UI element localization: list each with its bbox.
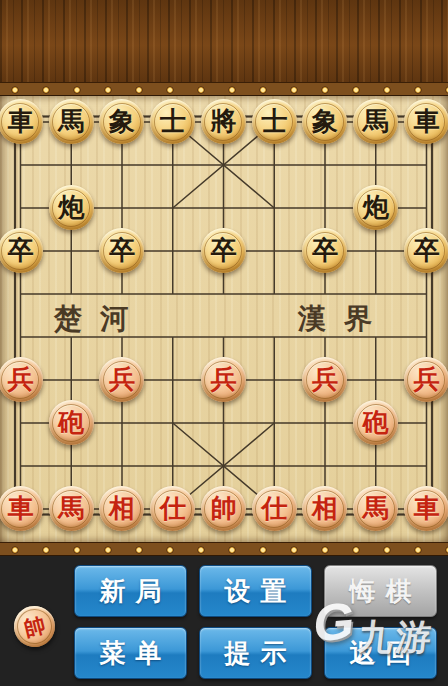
piece-red-elephant-c[interactable]: 相: [99, 486, 144, 531]
piece-black-advisor-f[interactable]: 士: [252, 99, 297, 144]
piece-red-soldier-c[interactable]: 兵: [99, 357, 144, 402]
piece-red-horse-b[interactable]: 馬: [49, 486, 94, 531]
turn-indicator-red-general: 帥: [10, 602, 60, 652]
control-bar: 帥 新局设置悔棋菜单提示返回 G 九游: [0, 556, 448, 686]
xiangqi-app-screen: 楚河 漢界 車馬象士將士象馬車炮炮卒卒卒卒卒兵兵兵兵兵砲砲車馬相仕帥仕相馬車 帥…: [0, 0, 448, 686]
piece-red-cannon-b[interactable]: 砲: [49, 400, 94, 445]
piece-red-cannon-h[interactable]: 砲: [353, 400, 398, 445]
menu-button[interactable]: 菜单: [74, 627, 187, 679]
piece-black-soldier-c[interactable]: 卒: [99, 228, 144, 273]
piece-black-soldier-i[interactable]: 卒: [404, 228, 448, 273]
back-button[interactable]: 返回: [324, 627, 437, 679]
piece-red-advisor-f[interactable]: 仕: [252, 486, 297, 531]
undo-move-button[interactable]: 悔棋: [324, 565, 437, 617]
piece-black-soldier-a[interactable]: 卒: [0, 228, 43, 273]
piece-grid: 車馬象士將士象馬車炮炮卒卒卒卒卒兵兵兵兵兵砲砲車馬相仕帥仕相馬車: [0, 100, 448, 530]
piece-black-soldier-g[interactable]: 卒: [302, 228, 347, 273]
piece-red-horse-h[interactable]: 馬: [353, 486, 398, 531]
piece-black-elephant-c[interactable]: 象: [99, 99, 144, 144]
piece-black-advisor-d[interactable]: 士: [150, 99, 195, 144]
piece-red-chariot-a[interactable]: 車: [0, 486, 43, 531]
piece-red-chariot-i[interactable]: 車: [404, 486, 448, 531]
xiangqi-board[interactable]: 楚河 漢界 車馬象士將士象馬車炮炮卒卒卒卒卒兵兵兵兵兵砲砲車馬相仕帥仕相馬車: [0, 96, 448, 542]
piece-red-soldier-a[interactable]: 兵: [0, 357, 43, 402]
piece-red-elephant-g[interactable]: 相: [302, 486, 347, 531]
turn-indicator-glyph: 帥: [21, 610, 48, 642]
piece-red-advisor-d[interactable]: 仕: [150, 486, 195, 531]
piece-black-horse-b[interactable]: 馬: [49, 99, 94, 144]
menu-buttons: 新局设置悔棋菜单提示返回: [74, 565, 437, 679]
settings-button[interactable]: 设置: [199, 565, 312, 617]
piece-red-soldier-g[interactable]: 兵: [302, 357, 347, 402]
piece-black-cannon-b[interactable]: 炮: [49, 185, 94, 230]
piece-black-soldier-e[interactable]: 卒: [201, 228, 246, 273]
piece-red-soldier-i[interactable]: 兵: [404, 357, 448, 402]
piece-black-elephant-g[interactable]: 象: [302, 99, 347, 144]
piece-black-general-e[interactable]: 將: [201, 99, 246, 144]
piece-red-soldier-e[interactable]: 兵: [201, 357, 246, 402]
piece-black-horse-h[interactable]: 馬: [353, 99, 398, 144]
new-game-button[interactable]: 新局: [74, 565, 187, 617]
piece-black-chariot-i[interactable]: 車: [404, 99, 448, 144]
hint-button[interactable]: 提示: [199, 627, 312, 679]
piece-black-chariot-a[interactable]: 車: [0, 99, 43, 144]
piece-black-cannon-h[interactable]: 炮: [353, 185, 398, 230]
nail-strip-top: [0, 82, 448, 96]
nail-strip-bottom: [0, 542, 448, 556]
top-wood-frame: [0, 0, 448, 82]
piece-red-general-e[interactable]: 帥: [201, 486, 246, 531]
